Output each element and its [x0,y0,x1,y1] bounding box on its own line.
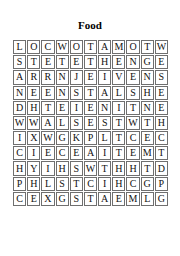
grid-cell[interactable]: S [70,161,83,175]
grid-cell[interactable]: O [126,40,139,54]
grid-cell[interactable]: C [56,146,69,160]
grid-cell[interactable]: E [41,55,54,69]
grid-cell[interactable]: I [70,101,83,115]
grid-cell[interactable]: A [84,146,97,160]
grid-cell[interactable]: T [84,86,97,100]
grid-cell[interactable]: C [126,177,139,191]
grid-cell[interactable]: V [112,70,125,84]
grid-cell[interactable]: I [98,70,111,84]
grid-cell[interactable]: N [141,70,154,84]
grid-cell[interactable]: W [84,161,97,175]
grid-cell[interactable]: W [27,116,40,130]
grid-cell[interactable]: H [141,86,154,100]
grid-cell[interactable]: T [155,146,168,160]
grid-cell[interactable]: N [56,86,69,100]
grid-cell[interactable]: L [112,86,125,100]
grid-cell[interactable]: E [56,101,69,115]
grid-cell[interactable]: P [13,177,26,191]
grid-cell[interactable]: T [70,177,83,191]
grid-cell[interactable]: W [41,131,54,145]
grid-cell[interactable]: H [112,161,125,175]
grid-cell[interactable]: E [84,101,97,115]
grid-cell[interactable]: I [41,161,54,175]
worksheet-page: Food LOCWOTAMOTWSTETETHENGEARRNJEIVENSNE… [0,0,180,256]
grid-cell[interactable]: I [13,131,26,145]
grid-cell[interactable]: E [126,70,139,84]
grid-cell[interactable]: I [112,101,125,115]
grid-cell[interactable]: E [155,55,168,69]
puzzle-title: Food [0,19,180,31]
grid-cell[interactable]: T [141,116,154,130]
grid-cell[interactable]: A [13,70,26,84]
grid-cell[interactable]: H [27,177,40,191]
grid-cell[interactable]: E [155,101,168,115]
grid-cell[interactable]: H [112,177,125,191]
grid-cell[interactable]: A [98,86,111,100]
grid-cell[interactable]: G [56,192,69,206]
grid-cell[interactable]: E [41,146,54,160]
grid-cell[interactable]: L [41,177,54,191]
grid-cell[interactable]: D [13,101,26,115]
grid-cell[interactable]: T [41,101,54,115]
grid-cell[interactable]: S [98,116,111,130]
grid-cell[interactable]: S [126,86,139,100]
grid-cell[interactable]: N [98,101,111,115]
grid-cell[interactable]: R [27,70,40,84]
grid-cell[interactable]: X [41,192,54,206]
grid-cell[interactable]: A [98,40,111,54]
grid-cell[interactable]: L [13,40,26,54]
grid-cell[interactable]: S [70,116,83,130]
grid-cell[interactable]: E [84,70,97,84]
grid-cell[interactable]: T [141,40,154,54]
grid-cell[interactable]: E [155,86,168,100]
grid-cell[interactable]: N [126,55,139,69]
grid-cell[interactable]: W [126,116,139,130]
grid-cell[interactable]: W [155,40,168,54]
grid-cell[interactable]: A [41,116,54,130]
grid-cell[interactable]: C [13,192,26,206]
grid-cell[interactable]: T [112,146,125,160]
grid-cell[interactable]: T [98,161,111,175]
grid-cell[interactable]: C [13,146,26,160]
grid-cell[interactable]: C [155,131,168,145]
grid-cell[interactable]: Y [27,161,40,175]
grid-cell[interactable]: W [13,116,26,130]
grid-cell[interactable]: A [98,192,111,206]
grid-cell[interactable]: S [56,177,69,191]
grid-cell[interactable]: G [56,131,69,145]
grid-cell[interactable]: P [155,177,168,191]
grid-cell[interactable]: G [141,55,154,69]
grid-cell[interactable]: E [27,192,40,206]
grid-cell[interactable]: N [13,86,26,100]
grid-cell[interactable]: E [112,55,125,69]
grid-cell[interactable]: T [141,161,154,175]
grid-cell[interactable]: H [27,101,40,115]
grid-cell[interactable]: T [84,40,97,54]
grid-cell[interactable]: J [70,70,83,84]
grid-cell[interactable]: X [27,131,40,145]
grid-cell[interactable]: H [126,161,139,175]
grid-cell[interactable]: R [41,70,54,84]
grid-cell[interactable]: S [155,70,168,84]
grid-cell[interactable]: H [56,161,69,175]
grid-cell[interactable]: E [84,116,97,130]
grid-cell[interactable]: M [126,192,139,206]
grid-cell[interactable]: C [84,177,97,191]
grid-cell[interactable]: L [56,116,69,130]
grid-cell[interactable]: M [141,146,154,160]
grid-cell[interactable]: E [141,131,154,145]
grid-cell[interactable]: K [70,131,83,145]
grid-cell[interactable]: T [112,116,125,130]
grid-cell[interactable]: C [126,131,139,145]
grid-cell[interactable]: E [27,86,40,100]
grid-cell[interactable]: T [84,55,97,69]
grid-cell[interactable]: M [112,40,125,54]
grid-cell[interactable]: G [155,192,168,206]
grid-cell[interactable]: I [98,177,111,191]
grid-cell[interactable]: P [84,131,97,145]
grid-cell[interactable]: O [27,40,40,54]
grid-cell[interactable]: S [70,86,83,100]
grid-cell[interactable]: T [56,55,69,69]
grid-cell[interactable]: I [27,146,40,160]
grid-cell[interactable]: E [41,86,54,100]
grid-cell[interactable]: E [70,146,83,160]
grid-cell[interactable]: T [27,55,40,69]
grid-cell[interactable]: S [70,192,83,206]
grid-cell[interactable]: L [141,192,154,206]
grid-cell[interactable]: C [41,40,54,54]
grid-cell[interactable]: T [126,101,139,115]
grid-cell[interactable]: E [112,192,125,206]
grid-cell[interactable]: W [56,40,69,54]
grid-cell[interactable]: N [141,101,154,115]
grid-cell[interactable]: H [98,55,111,69]
grid-cell[interactable]: N [56,70,69,84]
grid-cell[interactable]: T [112,131,125,145]
grid-cell[interactable]: D [155,161,168,175]
grid-cell[interactable]: E [126,146,139,160]
grid-cell[interactable]: H [155,116,168,130]
grid-cell[interactable]: O [70,40,83,54]
grid-cell[interactable]: I [98,146,111,160]
grid-cell[interactable]: S [13,55,26,69]
grid-cell[interactable]: L [98,131,111,145]
grid-cell[interactable]: E [70,55,83,69]
grid-cell[interactable]: H [13,161,26,175]
grid-cell[interactable]: T [84,192,97,206]
wordsearch-grid: LOCWOTAMOTWSTETETHENGEARRNJEIVENSNEENSTA… [13,40,168,206]
grid-cell[interactable]: G [141,177,154,191]
